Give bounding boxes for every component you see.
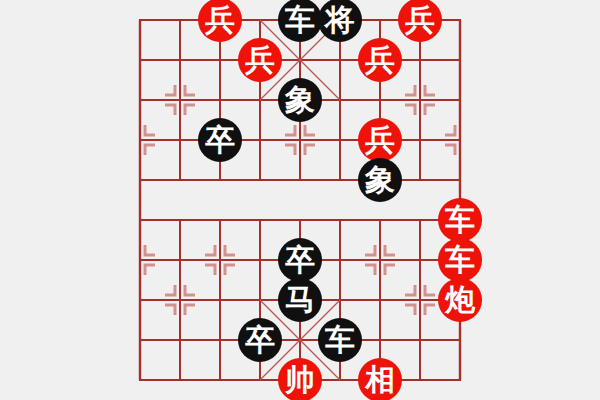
piece-black-soldier[interactable]: 卒 — [238, 318, 282, 362]
piece-black-soldier[interactable]: 卒 — [198, 118, 242, 162]
piece-black-chariot[interactable]: 车 — [278, 0, 322, 42]
piece-red-soldier[interactable]: 兵 — [238, 38, 282, 82]
piece-black-chariot[interactable]: 车 — [318, 318, 362, 362]
piece-black-general[interactable]: 将 — [318, 0, 362, 42]
piece-black-elephant[interactable]: 象 — [278, 78, 322, 122]
xiangqi-board: 兵车将兵兵兵象卒兵象车卒车马炮卒车帅相 — [0, 0, 600, 400]
piece-red-chariot[interactable]: 车 — [438, 198, 482, 242]
piece-red-soldier[interactable]: 兵 — [198, 0, 242, 42]
piece-red-soldier[interactable]: 兵 — [358, 118, 402, 162]
piece-red-cannon[interactable]: 炮 — [438, 278, 482, 322]
piece-red-general[interactable]: 帅 — [278, 358, 322, 400]
piece-black-elephant[interactable]: 象 — [358, 158, 402, 202]
piece-red-chariot[interactable]: 车 — [438, 238, 482, 282]
piece-black-horse[interactable]: 马 — [278, 278, 322, 322]
piece-red-elephant[interactable]: 相 — [358, 358, 402, 400]
pieces-layer: 兵车将兵兵兵象卒兵象车卒车马炮卒车帅相 — [120, 0, 480, 400]
piece-black-soldier[interactable]: 卒 — [278, 238, 322, 282]
piece-red-soldier[interactable]: 兵 — [358, 38, 402, 82]
piece-red-soldier[interactable]: 兵 — [398, 0, 442, 42]
